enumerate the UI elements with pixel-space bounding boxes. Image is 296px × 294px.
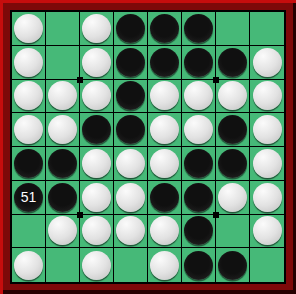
cell-d2[interactable] [114,46,148,80]
cell-a1[interactable] [12,12,46,46]
cell-b3[interactable] [46,80,80,114]
cell-d3[interactable] [114,80,148,114]
cell-b7[interactable] [46,215,80,249]
white-disc [150,115,179,144]
white-disc [116,183,145,212]
cell-e2[interactable] [148,46,182,80]
black-disc [184,183,213,212]
cell-e3[interactable] [148,80,182,114]
cell-g8[interactable] [216,248,250,282]
white-disc [14,48,43,77]
white-disc [218,81,247,110]
white-disc [14,14,43,43]
cell-a8[interactable] [12,248,46,282]
white-disc [253,149,282,178]
cell-c3[interactable] [80,80,114,114]
white-disc [150,251,179,280]
cell-h3[interactable] [250,80,284,114]
cell-e1[interactable] [148,12,182,46]
cell-f1[interactable] [182,12,216,46]
black-disc [116,115,145,144]
cell-a7[interactable] [12,215,46,249]
cell-a3[interactable] [12,80,46,114]
cell-d5[interactable] [114,147,148,181]
cell-g7[interactable] [216,215,250,249]
cell-f3[interactable] [182,80,216,114]
othello-board: 51 [10,10,286,284]
white-disc [253,115,282,144]
cell-c7[interactable] [80,215,114,249]
white-disc [82,183,111,212]
cell-a4[interactable] [12,113,46,147]
black-disc [218,251,247,280]
black-disc [184,14,213,43]
cell-e7[interactable] [148,215,182,249]
white-disc [82,251,111,280]
cell-d8[interactable] [114,248,148,282]
white-disc [253,216,282,245]
cell-c5[interactable] [80,147,114,181]
cell-h8[interactable] [250,248,284,282]
cell-f4[interactable] [182,113,216,147]
black-disc [150,48,179,77]
cell-b4[interactable] [46,113,80,147]
cell-f6[interactable] [182,181,216,215]
cell-c2[interactable] [80,46,114,80]
black-disc [82,115,111,144]
white-disc [150,216,179,245]
white-disc [218,183,247,212]
white-disc [82,14,111,43]
black-disc [116,14,145,43]
cell-g4[interactable] [216,113,250,147]
white-disc [116,149,145,178]
cell-g5[interactable] [216,147,250,181]
cell-f2[interactable] [182,46,216,80]
white-disc [150,81,179,110]
cell-d7[interactable] [114,215,148,249]
cell-b5[interactable] [46,147,80,181]
cell-c4[interactable] [80,113,114,147]
cell-e8[interactable] [148,248,182,282]
cell-h1[interactable] [250,12,284,46]
black-disc [184,251,213,280]
cell-b1[interactable] [46,12,80,46]
white-disc [14,115,43,144]
cell-a2[interactable] [12,46,46,80]
cell-d4[interactable] [114,113,148,147]
last-move-number-label: 51 [21,190,37,204]
white-disc [14,251,43,280]
cell-g6[interactable] [216,181,250,215]
cell-g2[interactable] [216,46,250,80]
white-disc [82,81,111,110]
white-disc [14,81,43,110]
board-frame: 51 [0,0,296,294]
othello-app: 51 [0,0,296,294]
black-disc [218,48,247,77]
cell-b6[interactable] [46,181,80,215]
black-disc [116,48,145,77]
cell-c6[interactable] [80,181,114,215]
cell-h2[interactable] [250,46,284,80]
white-disc [116,216,145,245]
cell-d6[interactable] [114,181,148,215]
black-disc [48,149,77,178]
black-disc [14,149,43,178]
cell-g3[interactable] [216,80,250,114]
white-disc [184,81,213,110]
white-disc [48,216,77,245]
cell-b8[interactable] [46,248,80,282]
white-disc [82,48,111,77]
white-disc [253,183,282,212]
black-disc: 51 [14,183,43,212]
cell-c8[interactable] [80,248,114,282]
black-disc [218,149,247,178]
cell-e6[interactable] [148,181,182,215]
black-disc [218,115,247,144]
cell-e5[interactable] [148,147,182,181]
cell-f5[interactable] [182,147,216,181]
cell-f7[interactable] [182,215,216,249]
white-disc [253,81,282,110]
black-disc [150,14,179,43]
cell-c1[interactable] [80,12,114,46]
cell-h4[interactable] [250,113,284,147]
white-disc [150,149,179,178]
cell-a6[interactable]: 51 [12,181,46,215]
black-disc [184,48,213,77]
cell-g1[interactable] [216,12,250,46]
black-disc [150,183,179,212]
white-disc [82,216,111,245]
cell-e4[interactable] [148,113,182,147]
cell-h7[interactable] [250,215,284,249]
cell-h5[interactable] [250,147,284,181]
cell-h6[interactable] [250,181,284,215]
white-disc [184,115,213,144]
black-disc [116,81,145,110]
cell-a5[interactable] [12,147,46,181]
cell-d1[interactable] [114,12,148,46]
black-disc [48,183,77,212]
black-disc [184,149,213,178]
white-disc [48,81,77,110]
cell-f8[interactable] [182,248,216,282]
cell-b2[interactable] [46,46,80,80]
black-disc [184,216,213,245]
white-disc [253,48,282,77]
white-disc [48,115,77,144]
white-disc [82,149,111,178]
